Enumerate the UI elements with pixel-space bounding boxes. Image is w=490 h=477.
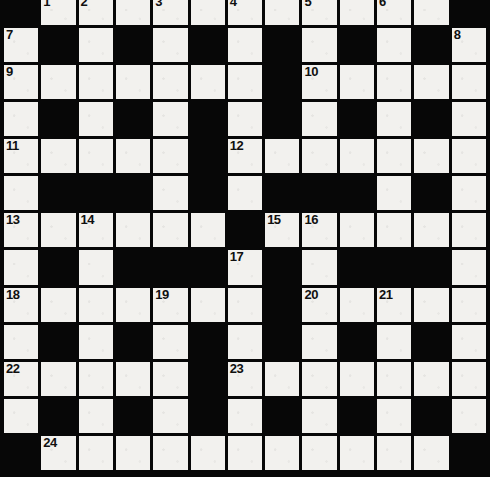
cell-r8c3[interactable]: [116, 288, 150, 322]
cell-r8c8[interactable]: 20: [302, 288, 336, 322]
cell-r12c1[interactable]: 24: [41, 436, 75, 470]
cell-r1c6[interactable]: [228, 28, 262, 62]
cell-r9c0[interactable]: [4, 325, 38, 359]
block-cell-r5c8: [302, 176, 336, 210]
block-cell-r9c1: [41, 325, 75, 359]
cell-r6c8[interactable]: 16: [302, 213, 336, 247]
cell-r10c7[interactable]: [265, 362, 299, 396]
block-cell-r1c11: [414, 28, 448, 62]
cell-r7c8[interactable]: [302, 250, 336, 284]
cell-r0c2[interactable]: 2: [79, 0, 113, 25]
cell-r11c4[interactable]: [153, 399, 187, 433]
cell-r0c3[interactable]: [116, 0, 150, 25]
cell-r1c4[interactable]: [153, 28, 187, 62]
cell-r1c10[interactable]: [377, 28, 411, 62]
clue-number-15: 15: [267, 213, 280, 226]
block-cell-r1c7: [265, 28, 299, 62]
cell-r10c9[interactable]: [340, 362, 374, 396]
clue-number-9: 9: [6, 65, 13, 78]
block-cell-r9c7: [265, 325, 299, 359]
clue-number-2: 2: [81, 0, 88, 8]
block-cell-r3c9: [340, 102, 374, 136]
cell-r5c12[interactable]: [452, 176, 486, 210]
cell-r4c7[interactable]: [265, 139, 299, 173]
cell-r8c4[interactable]: 19: [153, 288, 187, 322]
cell-r3c0[interactable]: [4, 102, 38, 136]
clue-number-20: 20: [304, 288, 317, 301]
block-cell-r2c7: [265, 65, 299, 99]
block-cell-r3c3: [116, 102, 150, 136]
cell-r8c9[interactable]: [340, 288, 374, 322]
cell-r4c10[interactable]: [377, 139, 411, 173]
block-cell-r5c3: [116, 176, 150, 210]
block-cell-r0c12: [452, 0, 486, 25]
block-cell-r11c11: [414, 399, 448, 433]
cell-r9c12[interactable]: [452, 325, 486, 359]
clue-number-17: 17: [230, 250, 243, 263]
cell-r2c10[interactable]: [377, 65, 411, 99]
cell-r2c2[interactable]: [79, 65, 113, 99]
cell-r1c2[interactable]: [79, 28, 113, 62]
block-cell-r9c9: [340, 325, 374, 359]
cell-r6c9[interactable]: [340, 213, 374, 247]
block-cell-r7c9: [340, 250, 374, 284]
clue-number-11: 11: [6, 139, 19, 152]
cell-r4c2[interactable]: [79, 139, 113, 173]
cell-r12c2[interactable]: [79, 436, 113, 470]
block-cell-r3c7: [265, 102, 299, 136]
clue-number-12: 12: [230, 139, 243, 152]
cell-r10c2[interactable]: [79, 362, 113, 396]
cell-r11c8[interactable]: [302, 399, 336, 433]
cell-r2c8[interactable]: 10: [302, 65, 336, 99]
block-cell-r7c4: [153, 250, 187, 284]
cell-r2c4[interactable]: [153, 65, 187, 99]
cell-r0c4[interactable]: 3: [153, 0, 187, 25]
block-cell-r3c5: [191, 102, 225, 136]
clue-number-14: 14: [81, 213, 94, 226]
block-cell-r7c3: [116, 250, 150, 284]
block-cell-r7c10: [377, 250, 411, 284]
block-cell-r6c6: [228, 213, 262, 247]
cell-r3c6[interactable]: [228, 102, 262, 136]
clue-number-8: 8: [454, 28, 461, 41]
cell-r10c3[interactable]: [116, 362, 150, 396]
cell-r12c5[interactable]: [191, 436, 225, 470]
clue-number-18: 18: [6, 288, 19, 301]
cell-r8c2[interactable]: [79, 288, 113, 322]
clue-number-16: 16: [304, 213, 317, 226]
block-cell-r1c1: [41, 28, 75, 62]
cell-r9c6[interactable]: [228, 325, 262, 359]
cell-r1c0[interactable]: 7: [4, 28, 38, 62]
cell-r4c6[interactable]: 12: [228, 139, 262, 173]
cell-r11c2[interactable]: [79, 399, 113, 433]
cell-r0c10[interactable]: 6: [377, 0, 411, 25]
block-cell-r11c3: [116, 399, 150, 433]
block-cell-r12c12: [452, 436, 486, 470]
block-cell-r5c7: [265, 176, 299, 210]
cell-r7c2[interactable]: [79, 250, 113, 284]
cell-r7c6[interactable]: 17: [228, 250, 262, 284]
cell-r10c8[interactable]: [302, 362, 336, 396]
block-cell-r4c5: [191, 139, 225, 173]
block-cell-r7c7: [265, 250, 299, 284]
cell-r5c6[interactable]: [228, 176, 262, 210]
cell-r8c12[interactable]: [452, 288, 486, 322]
block-cell-r5c2: [79, 176, 113, 210]
clue-number-4: 4: [230, 0, 237, 8]
block-cell-r9c5: [191, 325, 225, 359]
clue-number-3: 3: [155, 0, 162, 8]
cell-r6c11[interactable]: [414, 213, 448, 247]
cell-r3c12[interactable]: [452, 102, 486, 136]
block-cell-r9c3: [116, 325, 150, 359]
cell-r9c2[interactable]: [79, 325, 113, 359]
cell-r9c8[interactable]: [302, 325, 336, 359]
cell-r0c6[interactable]: 4: [228, 0, 262, 25]
cell-r5c4[interactable]: [153, 176, 187, 210]
block-cell-r5c11: [414, 176, 448, 210]
clue-number-7: 7: [6, 28, 13, 41]
cell-r4c11[interactable]: [414, 139, 448, 173]
block-cell-r11c7: [265, 399, 299, 433]
clue-number-21: 21: [379, 288, 392, 301]
cell-r3c8[interactable]: [302, 102, 336, 136]
cell-r2c11[interactable]: [414, 65, 448, 99]
cell-r2c6[interactable]: [228, 65, 262, 99]
cell-r10c12[interactable]: [452, 362, 486, 396]
block-cell-r3c11: [414, 102, 448, 136]
clue-number-13: 13: [6, 213, 19, 226]
cell-r2c3[interactable]: [116, 65, 150, 99]
clue-number-1: 1: [43, 0, 50, 8]
cell-r12c11[interactable]: [414, 436, 448, 470]
cell-r3c4[interactable]: [153, 102, 187, 136]
cell-r2c12[interactable]: [452, 65, 486, 99]
cell-r12c9[interactable]: [340, 436, 374, 470]
block-cell-r11c9: [340, 399, 374, 433]
cell-r10c11[interactable]: [414, 362, 448, 396]
cell-r9c4[interactable]: [153, 325, 187, 359]
cell-r12c4[interactable]: [153, 436, 187, 470]
cell-r10c0[interactable]: 22: [4, 362, 38, 396]
block-cell-r9c11: [414, 325, 448, 359]
cell-r4c0[interactable]: 11: [4, 139, 38, 173]
cell-r6c7[interactable]: 15: [265, 213, 299, 247]
cell-r8c5[interactable]: [191, 288, 225, 322]
cell-r0c11[interactable]: [414, 0, 448, 25]
cell-r8c6[interactable]: [228, 288, 262, 322]
cell-r7c0[interactable]: [4, 250, 38, 284]
cell-r6c4[interactable]: [153, 213, 187, 247]
cell-r6c2[interactable]: 14: [79, 213, 113, 247]
cell-r4c8[interactable]: [302, 139, 336, 173]
cell-r1c8[interactable]: [302, 28, 336, 62]
cell-r1c12[interactable]: 8: [452, 28, 486, 62]
cell-r12c3[interactable]: [116, 436, 150, 470]
cell-r0c1[interactable]: 1: [41, 0, 75, 25]
block-cell-r11c5: [191, 399, 225, 433]
clue-number-19: 19: [155, 288, 168, 301]
cell-r6c1[interactable]: [41, 213, 75, 247]
block-cell-r7c5: [191, 250, 225, 284]
cell-r3c10[interactable]: [377, 102, 411, 136]
clue-number-5: 5: [304, 0, 311, 8]
block-cell-r7c1: [41, 250, 75, 284]
cell-r8c11[interactable]: [414, 288, 448, 322]
cell-r0c7[interactable]: [265, 0, 299, 25]
block-cell-r3c1: [41, 102, 75, 136]
cell-r6c5[interactable]: [191, 213, 225, 247]
block-cell-r11c1: [41, 399, 75, 433]
block-cell-r5c1: [41, 176, 75, 210]
block-cell-r1c9: [340, 28, 374, 62]
cell-r6c0[interactable]: 13: [4, 213, 38, 247]
cell-r2c5[interactable]: [191, 65, 225, 99]
clue-number-24: 24: [43, 436, 56, 449]
block-cell-r5c5: [191, 176, 225, 210]
cell-r8c10[interactable]: 21: [377, 288, 411, 322]
cell-r10c1[interactable]: [41, 362, 75, 396]
block-cell-r10c5: [191, 362, 225, 396]
cell-r0c5[interactable]: [191, 0, 225, 25]
cell-r7c12[interactable]: [452, 250, 486, 284]
cell-r0c9[interactable]: [340, 0, 374, 25]
block-cell-r1c5: [191, 28, 225, 62]
cell-r10c10[interactable]: [377, 362, 411, 396]
cell-r8c1[interactable]: [41, 288, 75, 322]
block-cell-r7c11: [414, 250, 448, 284]
cell-r10c6[interactable]: 23: [228, 362, 262, 396]
cell-r2c0[interactable]: 9: [4, 65, 38, 99]
cell-r5c10[interactable]: [377, 176, 411, 210]
clue-number-10: 10: [304, 65, 317, 78]
cell-r4c3[interactable]: [116, 139, 150, 173]
cell-r11c12[interactable]: [452, 399, 486, 433]
cell-r6c3[interactable]: [116, 213, 150, 247]
cell-r0c8[interactable]: 5: [302, 0, 336, 25]
cell-r11c10[interactable]: [377, 399, 411, 433]
cell-r9c10[interactable]: [377, 325, 411, 359]
cell-r11c6[interactable]: [228, 399, 262, 433]
cell-r3c2[interactable]: [79, 102, 113, 136]
crossword-grid: 123456789101112131415161718192021222324: [4, 0, 486, 470]
block-cell-r0c0: [4, 0, 38, 25]
cell-r2c9[interactable]: [340, 65, 374, 99]
cell-r12c10[interactable]: [377, 436, 411, 470]
block-cell-r12c0: [4, 436, 38, 470]
block-cell-r1c3: [116, 28, 150, 62]
cell-r4c1[interactable]: [41, 139, 75, 173]
cell-r6c10[interactable]: [377, 213, 411, 247]
cell-r6c12[interactable]: [452, 213, 486, 247]
crossword-board: 123456789101112131415161718192021222324: [0, 0, 490, 477]
cell-r4c9[interactable]: [340, 139, 374, 173]
cell-r12c7[interactable]: [265, 436, 299, 470]
clue-number-22: 22: [6, 362, 19, 375]
cell-r4c12[interactable]: [452, 139, 486, 173]
clue-number-6: 6: [379, 0, 386, 8]
cell-r5c0[interactable]: [4, 176, 38, 210]
block-cell-r8c7: [265, 288, 299, 322]
cell-r12c8[interactable]: [302, 436, 336, 470]
clue-number-23: 23: [230, 362, 243, 375]
cell-r4c4[interactable]: [153, 139, 187, 173]
cell-r12c6[interactable]: [228, 436, 262, 470]
cell-r10c4[interactable]: [153, 362, 187, 396]
cell-r11c0[interactable]: [4, 399, 38, 433]
block-cell-r5c9: [340, 176, 374, 210]
cell-r2c1[interactable]: [41, 65, 75, 99]
cell-r8c0[interactable]: 18: [4, 288, 38, 322]
